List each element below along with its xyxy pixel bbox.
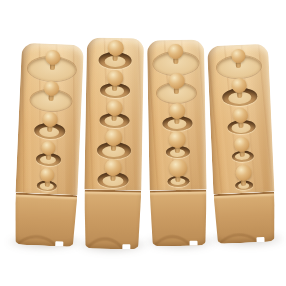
- block-2-cylinder-2: [99, 82, 129, 98]
- block-2-cylinder-1-knob: [107, 40, 123, 56]
- block-2: [83, 38, 144, 248]
- block-4-top-face: [207, 44, 274, 195]
- block-2-cylinder-4: [96, 141, 130, 159]
- block-1-cylinder-2-knob: [43, 81, 59, 97]
- block-1-cylinder-1: [27, 56, 76, 82]
- block-3-cylinder-5-knob: [169, 159, 187, 177]
- block-1-cylinder-5: [37, 180, 57, 191]
- block-2-top-face: [84, 38, 144, 191]
- block-2-end-face: [83, 189, 141, 249]
- block-1-cylinder-3-knob: [42, 112, 58, 128]
- block-3-cylinder-3-knob: [169, 103, 185, 119]
- block-4-cylinder-4: [231, 150, 253, 162]
- block-3-top-face: [147, 40, 207, 191]
- block-2-cylinder-1: [98, 51, 131, 69]
- block-3-cylinder-2-knob: [168, 73, 184, 89]
- block-4-cylinder-5-knob: [235, 165, 252, 182]
- block-4-cylinder-2: [222, 87, 258, 107]
- block-4-cylinder-4-knob: [234, 137, 250, 153]
- block-4-cylinder-3: [227, 119, 256, 134]
- block-2-cylinder-2-knob: [107, 70, 123, 86]
- block-3-end-face: [150, 189, 208, 246]
- block-2-cylinder-5: [97, 172, 128, 189]
- block-4: [207, 44, 276, 242]
- block-2-cylinder-3: [99, 112, 129, 128]
- block-1: [13, 43, 84, 246]
- block-1-cylinder-1-knob: [45, 50, 61, 66]
- block-1-end-face: [13, 193, 77, 248]
- photo-montessori-cylinder-blocks: [0, 0, 286, 286]
- block-4-cylinder-1-knob: [231, 49, 246, 64]
- block-3-cylinder-4: [165, 146, 189, 158]
- block-3: [147, 40, 208, 245]
- block-1-cylinder-3: [33, 122, 65, 139]
- block-4-end-face: [213, 192, 276, 245]
- block-4-cylinder-5: [234, 180, 252, 190]
- block-3-cylinder-3: [162, 115, 192, 131]
- block-1-cylinder-2: [30, 89, 72, 112]
- block-1-top-face: [15, 43, 83, 196]
- block-2-cylinder-3-knob: [106, 100, 122, 116]
- block-3-cylinder-2: [157, 83, 196, 104]
- block-3-cylinder-1: [153, 51, 198, 75]
- block-1-cylinder-5-knob: [40, 168, 55, 183]
- block-1-cylinder-4: [35, 152, 61, 166]
- block-3-cylinder-5: [167, 175, 189, 186]
- block-4-cylinder-1: [216, 55, 261, 79]
